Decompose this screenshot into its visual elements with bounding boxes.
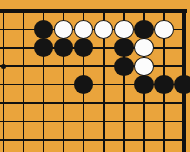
intersection-c5r2[interactable]	[74, 20, 94, 38]
white-stone	[134, 57, 154, 76]
intersection-c2r6[interactable]	[14, 94, 34, 112]
intersection-c7r8[interactable]	[114, 131, 134, 149]
intersection-c7r2[interactable]	[114, 20, 134, 38]
black-stone	[74, 75, 94, 94]
intersection-c1r7[interactable]	[0, 112, 14, 130]
intersection-c3r4[interactable]	[34, 57, 54, 75]
intersection-c2r2[interactable]	[14, 20, 34, 38]
black-stone	[54, 38, 74, 57]
intersection-c9r5[interactable]	[154, 75, 174, 93]
intersection-c8r7[interactable]	[134, 112, 154, 130]
intersection-c5r4[interactable]	[74, 57, 94, 75]
intersection-c8r5[interactable]	[134, 75, 154, 93]
intersection-c2r3[interactable]	[14, 39, 34, 57]
intersection-c9r2[interactable]	[154, 20, 174, 38]
intersection-c2r5[interactable]	[14, 75, 34, 93]
black-stone	[134, 20, 154, 39]
black-stone	[174, 75, 190, 94]
black-stone	[74, 38, 94, 57]
intersection-c8r2[interactable]	[134, 20, 154, 38]
intersection-c3r6[interactable]	[34, 94, 54, 112]
black-stone	[154, 75, 174, 94]
intersection-c5r8[interactable]	[74, 131, 94, 149]
intersection-c10r3[interactable]	[174, 39, 190, 57]
intersection-c9r8[interactable]	[154, 131, 174, 149]
intersection-c6r8[interactable]	[94, 131, 114, 149]
intersection-c3r1[interactable]	[34, 2, 54, 20]
intersection-c5r3[interactable]	[74, 39, 94, 57]
intersection-c8r8[interactable]	[134, 131, 154, 149]
go-board	[0, 0, 190, 152]
white-stone	[94, 20, 114, 39]
intersection-c10r7[interactable]	[174, 112, 190, 130]
intersection-c10r4[interactable]	[174, 57, 190, 75]
intersection-c2r1[interactable]	[14, 2, 34, 20]
intersection-c2r7[interactable]	[14, 112, 34, 130]
intersection-c7r4[interactable]	[114, 57, 134, 75]
board-intersections	[0, 2, 190, 149]
intersection-c2r4[interactable]	[14, 57, 34, 75]
intersection-c9r6[interactable]	[154, 94, 174, 112]
white-stone	[74, 20, 94, 39]
black-stone	[114, 57, 134, 76]
intersection-c9r7[interactable]	[154, 112, 174, 130]
intersection-c4r2[interactable]	[54, 20, 74, 38]
white-stone	[54, 20, 74, 39]
intersection-c10r6[interactable]	[174, 94, 190, 112]
intersection-c9r1[interactable]	[154, 2, 174, 20]
intersection-c2r8[interactable]	[14, 131, 34, 149]
intersection-c3r8[interactable]	[34, 131, 54, 149]
intersection-c7r6[interactable]	[114, 94, 134, 112]
intersection-c8r6[interactable]	[134, 94, 154, 112]
black-stone	[114, 38, 134, 57]
black-stone	[134, 75, 154, 94]
intersection-c10r8[interactable]	[174, 131, 190, 149]
intersection-c4r3[interactable]	[54, 39, 74, 57]
intersection-c1r4[interactable]	[0, 57, 14, 75]
intersection-c4r7[interactable]	[54, 112, 74, 130]
white-stone	[114, 20, 134, 39]
intersection-c6r4[interactable]	[94, 57, 114, 75]
go-diagram	[0, 0, 190, 152]
intersection-c4r1[interactable]	[54, 2, 74, 20]
intersection-c4r4[interactable]	[54, 57, 74, 75]
intersection-c3r7[interactable]	[34, 112, 54, 130]
white-stone	[134, 38, 154, 57]
intersection-c8r3[interactable]	[134, 39, 154, 57]
intersection-c10r1[interactable]	[174, 2, 190, 20]
intersection-c4r5[interactable]	[54, 75, 74, 93]
intersection-c6r6[interactable]	[94, 94, 114, 112]
intersection-c4r8[interactable]	[54, 131, 74, 149]
intersection-c5r6[interactable]	[74, 94, 94, 112]
intersection-c1r8[interactable]	[0, 131, 14, 149]
intersection-c1r6[interactable]	[0, 94, 14, 112]
white-stone	[154, 20, 174, 39]
intersection-c6r3[interactable]	[94, 39, 114, 57]
intersection-c7r3[interactable]	[114, 39, 134, 57]
intersection-c7r7[interactable]	[114, 112, 134, 130]
intersection-c3r5[interactable]	[34, 75, 54, 93]
intersection-c6r5[interactable]	[94, 75, 114, 93]
intersection-c5r5[interactable]	[74, 75, 94, 93]
intersection-c5r7[interactable]	[74, 112, 94, 130]
intersection-c8r1[interactable]	[134, 2, 154, 20]
intersection-c6r2[interactable]	[94, 20, 114, 38]
intersection-c6r7[interactable]	[94, 112, 114, 130]
intersection-c9r3[interactable]	[154, 39, 174, 57]
intersection-c9r4[interactable]	[154, 57, 174, 75]
intersection-c8r4[interactable]	[134, 57, 154, 75]
intersection-c7r1[interactable]	[114, 2, 134, 20]
black-stone	[34, 38, 54, 57]
intersection-c7r5[interactable]	[114, 75, 134, 93]
intersection-c4r6[interactable]	[54, 94, 74, 112]
intersection-c1r5[interactable]	[0, 75, 14, 93]
intersection-c1r2[interactable]	[0, 20, 14, 38]
intersection-c3r3[interactable]	[34, 39, 54, 57]
intersection-c10r5[interactable]	[174, 75, 190, 93]
intersection-c6r1[interactable]	[94, 2, 114, 20]
intersection-c1r3[interactable]	[0, 39, 14, 57]
intersection-c10r2[interactable]	[174, 20, 190, 38]
black-stone	[34, 20, 54, 39]
intersection-c5r1[interactable]	[74, 2, 94, 20]
intersection-c3r2[interactable]	[34, 20, 54, 38]
intersection-c1r1[interactable]	[0, 2, 14, 20]
